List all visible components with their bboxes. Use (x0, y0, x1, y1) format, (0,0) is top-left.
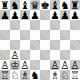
square-e2[interactable] (40, 60, 50, 70)
square-d1[interactable]: ♞ (30, 70, 40, 80)
square-a4[interactable] (0, 40, 10, 50)
piece-black-pawn: ♟ (0, 10, 9, 20)
piece-white-pawn: ♙ (20, 60, 29, 70)
piece-white-bishop: ♗ (20, 70, 29, 80)
piece-black-pawn: ♟ (30, 10, 39, 20)
piece-white-pawn: ♙ (0, 60, 9, 70)
square-b2[interactable]: ♔ (10, 60, 20, 70)
square-d6[interactable] (30, 20, 40, 30)
piece-black-bishop: ♝ (20, 0, 29, 10)
square-a1[interactable]: ♖ (0, 70, 10, 80)
piece-black-rook: ♜ (70, 0, 79, 10)
square-d4[interactable] (30, 40, 40, 50)
square-d7[interactable]: ♟ (30, 10, 40, 20)
square-e8[interactable]: ♚ (40, 0, 50, 10)
chess-board: ♜♞♝♛♚♝♞♜♟♟♟♟♟♟♟♙♙♔♙♙♙♙♖♘♗♞♗♘♖ (0, 0, 80, 80)
square-b3[interactable]: ♙ (10, 50, 20, 60)
square-d2[interactable] (30, 60, 40, 70)
square-e7[interactable] (40, 10, 50, 20)
square-f2[interactable]: ♙ (50, 60, 60, 70)
piece-white-pawn: ♙ (50, 60, 59, 70)
square-c2[interactable]: ♙ (20, 60, 30, 70)
square-b7[interactable]: ♟ (10, 10, 20, 20)
square-e1[interactable] (40, 70, 50, 80)
piece-black-pawn: ♟ (60, 10, 69, 20)
square-f4[interactable] (50, 40, 60, 50)
square-c8[interactable]: ♝ (20, 0, 30, 10)
square-c5[interactable] (20, 30, 30, 40)
square-f7[interactable]: ♟ (50, 10, 60, 20)
square-d5[interactable] (30, 30, 40, 40)
piece-white-pawn: ♙ (70, 60, 79, 70)
square-f6[interactable] (50, 20, 60, 30)
square-g5[interactable] (60, 30, 70, 40)
square-c6[interactable] (20, 20, 30, 30)
square-g7[interactable]: ♟ (60, 10, 70, 20)
piece-black-queen: ♛ (30, 0, 39, 10)
square-f8[interactable]: ♝ (50, 0, 60, 10)
piece-white-pawn: ♙ (10, 50, 19, 60)
piece-white-bishop: ♗ (50, 70, 59, 80)
piece-white-knight: ♘ (60, 70, 69, 80)
square-b4[interactable] (10, 40, 20, 50)
piece-black-pawn: ♟ (20, 10, 29, 20)
square-g6[interactable] (60, 20, 70, 30)
square-c3[interactable] (20, 50, 30, 60)
square-b1[interactable]: ♘ (10, 70, 20, 80)
square-h3[interactable] (70, 50, 80, 60)
square-b8[interactable]: ♞ (10, 0, 20, 10)
piece-black-rook: ♜ (0, 0, 9, 10)
piece-black-pawn: ♟ (50, 10, 59, 20)
square-a3[interactable] (0, 50, 10, 60)
square-e5[interactable] (40, 30, 50, 40)
square-h8[interactable]: ♜ (70, 0, 80, 10)
square-a8[interactable]: ♜ (0, 0, 10, 10)
square-c1[interactable]: ♗ (20, 70, 30, 80)
square-f3[interactable] (50, 50, 60, 60)
square-h7[interactable]: ♟ (70, 10, 80, 20)
square-a6[interactable] (0, 20, 10, 30)
piece-black-king: ♚ (40, 0, 49, 10)
square-h2[interactable]: ♙ (70, 60, 80, 70)
square-b5[interactable] (10, 30, 20, 40)
square-g4[interactable] (60, 40, 70, 50)
piece-black-bishop: ♝ (50, 0, 59, 10)
square-e6[interactable] (40, 20, 50, 30)
square-g8[interactable]: ♞ (60, 0, 70, 10)
square-g3[interactable] (60, 50, 70, 60)
square-b6[interactable] (10, 20, 20, 30)
piece-white-rook: ♖ (0, 70, 9, 80)
piece-white-pawn: ♙ (60, 60, 69, 70)
piece-black-pawn: ♟ (70, 10, 79, 20)
square-e4[interactable] (40, 40, 50, 50)
piece-black-knight: ♞ (10, 0, 19, 10)
square-f1[interactable]: ♗ (50, 70, 60, 80)
square-d3[interactable] (30, 50, 40, 60)
square-d8[interactable]: ♛ (30, 0, 40, 10)
square-h4[interactable] (70, 40, 80, 50)
piece-black-knight: ♞ (30, 70, 39, 80)
square-a5[interactable] (0, 30, 10, 40)
square-c4[interactable] (20, 40, 30, 50)
square-c7[interactable]: ♟ (20, 10, 30, 20)
square-h5[interactable] (70, 30, 80, 40)
square-a2[interactable]: ♙ (0, 60, 10, 70)
piece-white-knight: ♘ (10, 70, 19, 80)
piece-white-king: ♔ (10, 60, 19, 70)
square-g1[interactable]: ♘ (60, 70, 70, 80)
square-g2[interactable]: ♙ (60, 60, 70, 70)
square-h6[interactable] (70, 20, 80, 30)
piece-black-knight: ♞ (60, 0, 69, 10)
square-h1[interactable]: ♖ (70, 70, 80, 80)
square-f5[interactable] (50, 30, 60, 40)
piece-white-rook: ♖ (70, 70, 79, 80)
square-e3[interactable] (40, 50, 50, 60)
piece-black-pawn: ♟ (10, 10, 19, 20)
square-a7[interactable]: ♟ (0, 10, 10, 20)
